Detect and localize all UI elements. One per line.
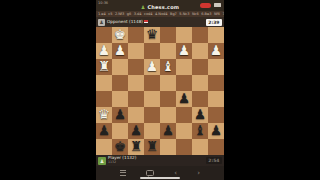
- top-player-name: Opponent (1148): [107, 20, 148, 25]
- white-pawn: ♟: [114, 42, 126, 58]
- bottom-player-bar: ♟ Player (1132) 1132 2:54: [96, 155, 224, 166]
- ribbon-move[interactable]: 2.Nf3: [115, 12, 124, 16]
- white-bishop: ♝: [162, 58, 174, 74]
- ribbon-move[interactable]: 5.Nc3: [179, 12, 189, 16]
- square[interactable]: ♟: [96, 43, 112, 59]
- black-pawn: ♟: [194, 106, 206, 122]
- square[interactable]: [208, 107, 224, 123]
- chat-icon[interactable]: [146, 170, 154, 177]
- bottom-player-avatar[interactable]: ♟: [98, 157, 106, 165]
- square[interactable]: [112, 75, 128, 91]
- bottom-player-clock: 2:54: [206, 157, 222, 164]
- bottom-player-subtext: 1132: [108, 161, 136, 165]
- square[interactable]: [208, 27, 224, 43]
- square[interactable]: [192, 43, 208, 59]
- square[interactable]: ♛: [96, 107, 112, 123]
- square[interactable]: [112, 91, 128, 107]
- black-rook: ♜: [130, 138, 142, 154]
- square[interactable]: [176, 139, 192, 155]
- square[interactable]: ♟: [192, 107, 208, 123]
- options-menu-icon[interactable]: [120, 170, 126, 177]
- game-controls-bar: ‹ ›: [96, 166, 224, 180]
- recording-badge[interactable]: [200, 3, 211, 8]
- square[interactable]: [128, 59, 144, 75]
- black-pawn: ♟: [98, 122, 110, 138]
- square[interactable]: [176, 59, 192, 75]
- ribbon-move[interactable]: 7.Bc4: [222, 12, 224, 16]
- black-rook: ♜: [146, 138, 158, 154]
- square[interactable]: [96, 75, 112, 91]
- square[interactable]: [96, 139, 112, 155]
- move-list-ribbon[interactable]: 1.e4c52.Nf3g63.d4cxd44.Nxd4Bg75.Nc3Nc66.…: [96, 11, 224, 17]
- square[interactable]: [176, 27, 192, 43]
- square[interactable]: ♟: [176, 91, 192, 107]
- square[interactable]: [160, 43, 176, 59]
- white-pawn: ♟: [98, 42, 110, 58]
- square[interactable]: [96, 27, 112, 43]
- square[interactable]: [144, 43, 160, 59]
- black-queen: ♛: [146, 26, 158, 42]
- status-and-header-bar: 10:36 ♟ Chess.com: [96, 0, 224, 11]
- square[interactable]: [144, 107, 160, 123]
- square[interactable]: [144, 123, 160, 139]
- square[interactable]: [160, 27, 176, 43]
- square[interactable]: [176, 107, 192, 123]
- square[interactable]: ♟: [176, 43, 192, 59]
- square[interactable]: ♟: [208, 43, 224, 59]
- ribbon-move[interactable]: Nf6: [214, 12, 220, 16]
- phone-screen: 10:36 ♟ Chess.com 1.e4c52.Nf3g63.d4cxd44…: [96, 0, 224, 180]
- square[interactable]: [192, 75, 208, 91]
- square[interactable]: [176, 75, 192, 91]
- square[interactable]: [128, 75, 144, 91]
- square[interactable]: [128, 27, 144, 43]
- white-pawn: ♟: [210, 42, 222, 58]
- square[interactable]: [192, 139, 208, 155]
- square[interactable]: ♟: [128, 123, 144, 139]
- black-pawn: ♟: [130, 122, 142, 138]
- square[interactable]: [192, 91, 208, 107]
- square[interactable]: [160, 139, 176, 155]
- square[interactable]: [96, 91, 112, 107]
- top-player-avatar[interactable]: ♟: [98, 19, 105, 26]
- square[interactable]: ♜: [96, 59, 112, 75]
- home-indicator[interactable]: [140, 177, 180, 179]
- white-queen: ♛: [98, 106, 110, 122]
- square[interactable]: [160, 75, 176, 91]
- square[interactable]: [160, 107, 176, 123]
- black-pawn: ♟: [114, 106, 126, 122]
- square[interactable]: [112, 59, 128, 75]
- black-bishop: ♝: [194, 122, 206, 138]
- white-king: ♚: [114, 26, 126, 42]
- forward-move-button[interactable]: ›: [197, 168, 200, 178]
- top-player-flag-icon: [144, 20, 148, 23]
- square[interactable]: ♟: [208, 123, 224, 139]
- square[interactable]: ♜: [144, 139, 160, 155]
- white-pawn: ♟: [146, 58, 158, 74]
- square[interactable]: ♜: [128, 139, 144, 155]
- square[interactable]: [160, 91, 176, 107]
- square[interactable]: ♝: [160, 59, 176, 75]
- black-pawn: ♟: [178, 90, 190, 106]
- black-king: ♚: [114, 138, 126, 154]
- black-pawn: ♟: [162, 122, 174, 138]
- square[interactable]: [144, 91, 160, 107]
- square[interactable]: [192, 27, 208, 43]
- square[interactable]: [144, 75, 160, 91]
- ribbon-move[interactable]: 1.e4: [98, 12, 106, 16]
- square[interactable]: [128, 107, 144, 123]
- square[interactable]: [208, 75, 224, 91]
- square[interactable]: [208, 139, 224, 155]
- square[interactable]: ♟: [112, 107, 128, 123]
- square[interactable]: ♛: [144, 27, 160, 43]
- square[interactable]: ♟: [160, 123, 176, 139]
- ribbon-move[interactable]: 4.Nxd4: [155, 12, 167, 16]
- app-title-text: Chess.com: [147, 4, 179, 10]
- square[interactable]: [208, 59, 224, 75]
- square[interactable]: ♟: [96, 123, 112, 139]
- square[interactable]: [192, 59, 208, 75]
- screenshot-stage: 10:36 ♟ Chess.com 1.e4c52.Nf3g63.d4cxd44…: [0, 0, 320, 180]
- white-pawn: ♟: [178, 42, 190, 58]
- square[interactable]: [112, 123, 128, 139]
- square[interactable]: [128, 91, 144, 107]
- square[interactable]: ♝: [192, 123, 208, 139]
- ribbon-move[interactable]: g6: [127, 12, 131, 16]
- black-pawn: ♟: [210, 122, 222, 138]
- square[interactable]: [128, 43, 144, 59]
- ribbon-move[interactable]: cxd4: [144, 12, 152, 16]
- chesscom-pawn-logo-icon: ♟: [141, 4, 146, 10]
- top-player-clock: 2:39: [206, 19, 222, 26]
- square[interactable]: ♚: [112, 27, 128, 43]
- white-rook: ♜: [98, 58, 110, 74]
- square[interactable]: ♟: [112, 43, 128, 59]
- ribbon-move[interactable]: Nc6: [192, 12, 199, 16]
- ribbon-move[interactable]: Bg7: [170, 12, 177, 16]
- ribbon-move[interactable]: 6.Be3: [201, 12, 211, 16]
- square[interactable]: ♚: [112, 139, 128, 155]
- square[interactable]: ♟: [144, 59, 160, 75]
- chess-board[interactable]: ♚♛♟♟♟♟♜♟♝♟♛♟♟♟♟♟♝♟♚♜♜: [96, 27, 224, 155]
- ribbon-move[interactable]: 3.d4: [134, 12, 142, 16]
- square[interactable]: [208, 91, 224, 107]
- ribbon-move[interactable]: c5: [108, 12, 112, 16]
- battery-icon: [214, 3, 221, 7]
- square[interactable]: [176, 123, 192, 139]
